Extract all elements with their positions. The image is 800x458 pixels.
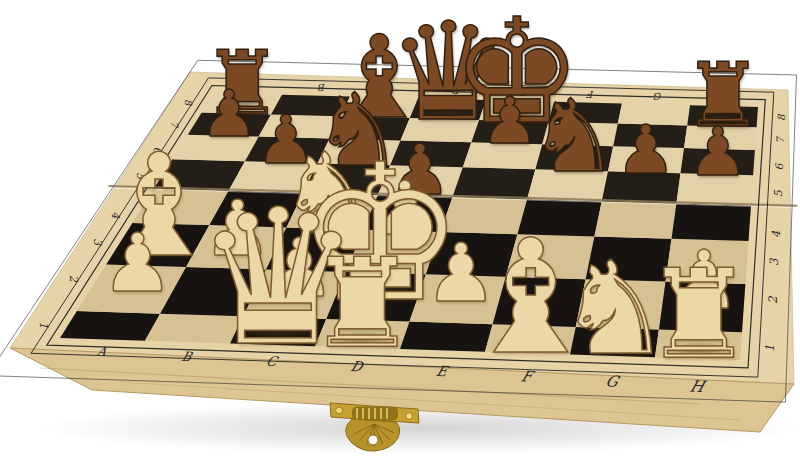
white-pawn[interactable]: ♟ [97, 223, 178, 304]
rank-label-right-1: 1 [763, 344, 777, 352]
black-knight[interactable]: ♞ [524, 87, 625, 188]
white-rook[interactable]: ♜ [301, 242, 424, 365]
square-a1[interactable] [60, 311, 160, 341]
chess-product-photo: ABCDEFGHABCDEFGH1234567812345678 ♜♜♝♛♚♟♟… [0, 0, 800, 458]
white-rook[interactable]: ♜ [637, 253, 760, 376]
rank-label-right-5: 5 [772, 189, 785, 197]
rank-label-right-4: 4 [770, 230, 783, 238]
rank-label-left-1: 1 [37, 321, 51, 328]
rank-label-left-2: 2 [67, 275, 80, 283]
rank-label-left-8: 8 [183, 99, 194, 106]
rank-label-right-6: 6 [773, 163, 786, 171]
black-pawn[interactable]: ♟ [684, 119, 751, 186]
